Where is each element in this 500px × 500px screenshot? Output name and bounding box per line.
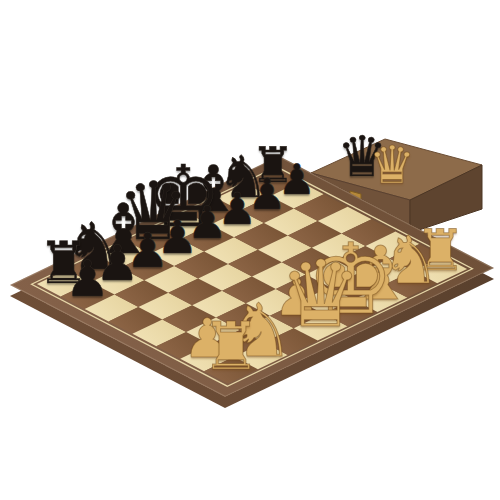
black-pawn[interactable]: ♟ [65,253,110,303]
pieces-layer: ♜♞♝♛♚♝♞♜♟♟♟♟♟♟♟♟♟♟♜♞♛♚♝♞♜♛♛ [0,0,500,500]
white-rook[interactable]: ♜ [201,314,260,380]
white-queen[interactable]: ♛ [369,139,416,191]
chess-set-photo: ♜♞♝♛♚♝♞♜♟♟♟♟♟♟♟♟♟♟♜♞♛♚♝♞♜♛♛ [0,0,500,500]
